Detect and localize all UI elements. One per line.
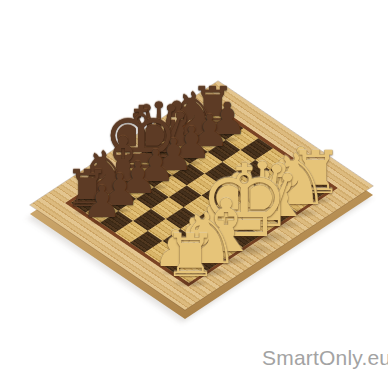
piece-black-pawn-h7: ♟ (82, 179, 121, 223)
piece-black-pawn-b7: ♟ (190, 109, 229, 153)
piece-black-pawn-c7: ♟ (172, 120, 211, 164)
piece-white-pawn-g2: ♟ (171, 212, 216, 262)
piece-black-pawn-f7: ♟ (118, 156, 157, 200)
watermark: SmartOnly.eu (262, 346, 388, 370)
piece-black-knight-g8: ♞ (78, 143, 132, 203)
piece-black-knight-b8: ♞ (168, 84, 222, 144)
piece-white-knight-b1: ♞ (266, 144, 330, 215)
piece-black-pawn-e7: ♟ (136, 144, 175, 188)
piece-black-pawn-a7: ♟ (208, 97, 247, 141)
piece-black-rook-h8: ♜ (65, 164, 110, 214)
pieces-layer: ♜♞♝♛♚♝♞♜♟♟♟♟♟♟♟♟♟♟♟♟♟♟♟♟♜♞♝♛♚♝♞♜ (0, 0, 388, 388)
piece-white-bishop-f1: ♝ (194, 189, 259, 262)
piece-white-pawn-f2: ♟ (189, 200, 234, 250)
piece-black-bishop-f8: ♝ (95, 129, 151, 191)
piece-white-pawn-a2: ♟ (279, 141, 324, 191)
piece-white-pawn-b2: ♟ (261, 153, 306, 203)
piece-black-king-e8: ♚ (102, 95, 179, 181)
product-photo-scene: ♜♞♝♛♚♝♞♜♟♟♟♟♟♟♟♟♟♟♟♟♟♟♟♟♜♞♝♛♚♝♞♜ SmartOn… (0, 0, 388, 388)
piece-white-pawn-e2: ♟ (207, 188, 252, 238)
piece-black-bishop-c8: ♝ (149, 94, 205, 156)
piece-white-knight-g1: ♞ (177, 203, 241, 274)
piece-white-pawn-d2: ♟ (225, 177, 270, 227)
piece-white-pawn-h2: ♟ (153, 224, 198, 274)
piece-white-king-e1: ♚ (199, 151, 290, 252)
piece-black-queen-d8: ♛ (125, 93, 193, 169)
piece-white-rook-h1: ♜ (164, 226, 217, 285)
piece-white-queen-d1: ♛ (222, 151, 302, 240)
piece-white-pawn-c2: ♟ (243, 165, 288, 215)
piece-white-rook-a1: ♜ (289, 143, 342, 202)
piece-black-rook-a8: ♜ (190, 81, 235, 131)
piece-white-bishop-c1: ♝ (247, 154, 312, 227)
piece-black-pawn-d7: ♟ (154, 132, 193, 176)
piece-black-pawn-g7: ♟ (100, 168, 139, 212)
